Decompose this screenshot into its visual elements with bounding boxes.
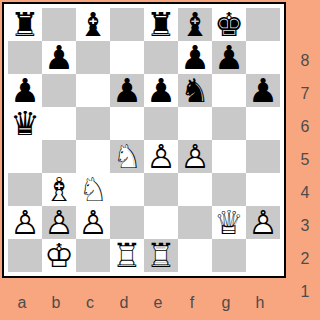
piece-black-rook-e8[interactable]: ♜: [144, 8, 178, 41]
square-h3[interactable]: [246, 173, 280, 206]
file-label-h: h: [243, 293, 277, 313]
white-knight-icon: ♘: [76, 173, 110, 206]
file-label-e: e: [141, 293, 175, 313]
piece-white-knight-c3[interactable]: ♞♘: [76, 173, 110, 206]
piece-black-rook-a8[interactable]: ♜: [8, 8, 42, 41]
piece-white-pawn-a2[interactable]: ♟♙: [8, 206, 42, 239]
square-d8[interactable]: [110, 8, 144, 41]
square-c6[interactable]: [76, 74, 110, 107]
square-b4[interactable]: [42, 140, 76, 173]
square-g6[interactable]: [212, 74, 246, 107]
square-b3[interactable]: ♝♗: [42, 173, 76, 206]
white-queen-icon: ♕: [212, 206, 246, 239]
white-pawn-icon: ♙: [178, 140, 212, 173]
square-g1[interactable]: [212, 239, 246, 272]
black-king-icon: ♚: [212, 8, 246, 41]
piece-black-pawn-a6[interactable]: ♟: [8, 74, 42, 107]
square-c7[interactable]: [76, 41, 110, 74]
square-a6[interactable]: ♟: [8, 74, 42, 107]
square-d7[interactable]: [110, 41, 144, 74]
rank-label-3: 3: [292, 209, 318, 242]
black-rook-icon: ♜: [144, 8, 178, 41]
black-knight-icon: ♞: [178, 74, 212, 107]
rank-labels: 87654321: [292, 44, 318, 308]
square-h8[interactable]: [246, 8, 280, 41]
square-f6[interactable]: ♞: [178, 74, 212, 107]
square-d4[interactable]: ♞♘: [110, 140, 144, 173]
file-labels: abcdefgh: [5, 293, 277, 313]
white-knight-icon: ♘: [110, 140, 144, 173]
square-g8[interactable]: ♚: [212, 8, 246, 41]
square-e2[interactable]: [144, 206, 178, 239]
square-h5[interactable]: [246, 107, 280, 140]
file-label-f: f: [175, 293, 209, 313]
piece-black-pawn-g7[interactable]: ♟: [212, 41, 246, 74]
white-pawn-icon: ♙: [76, 206, 110, 239]
piece-white-pawn-f4[interactable]: ♟♙: [178, 140, 212, 173]
black-pawn-icon: ♟: [178, 41, 212, 74]
square-d1[interactable]: ♜♖: [110, 239, 144, 272]
piece-black-pawn-f7[interactable]: ♟: [178, 41, 212, 74]
square-e6[interactable]: ♟: [144, 74, 178, 107]
square-d5[interactable]: [110, 107, 144, 140]
black-pawn-icon: ♟: [8, 74, 42, 107]
square-c8[interactable]: ♝: [76, 8, 110, 41]
square-b1[interactable]: ♚♔: [42, 239, 76, 272]
square-a5[interactable]: ♛: [8, 107, 42, 140]
rank-label-1: 1: [292, 275, 318, 308]
piece-white-pawn-e4[interactable]: ♟♙: [144, 140, 178, 173]
square-c4[interactable]: [76, 140, 110, 173]
file-label-d: d: [107, 293, 141, 313]
black-pawn-icon: ♟: [110, 74, 144, 107]
rank-label-5: 5: [292, 143, 318, 176]
piece-black-pawn-h6[interactable]: ♟: [246, 74, 280, 107]
piece-white-pawn-c2[interactable]: ♟♙: [76, 206, 110, 239]
piece-white-king-b1[interactable]: ♚♔: [42, 239, 76, 272]
piece-black-king-g8[interactable]: ♚: [212, 8, 246, 41]
square-e3[interactable]: [144, 173, 178, 206]
white-pawn-icon: ♙: [144, 140, 178, 173]
chess-diagram-page: { "game": "chess", "position": { "fen": …: [0, 0, 320, 320]
white-pawn-icon: ♙: [246, 206, 280, 239]
square-c3[interactable]: ♞♘: [76, 173, 110, 206]
square-c2[interactable]: ♟♙: [76, 206, 110, 239]
board-grid: ♜♝♜♝♚♟♟♟♟♟♟♞♟♛♞♘♟♙♟♙♝♗♞♘♟♙♟♙♟♙♛♕♟♙♚♔♜♖♜♖: [8, 8, 280, 272]
square-d2[interactable]: [110, 206, 144, 239]
piece-white-pawn-h2[interactable]: ♟♙: [246, 206, 280, 239]
square-g2[interactable]: ♛♕: [212, 206, 246, 239]
file-label-g: g: [209, 293, 243, 313]
piece-black-bishop-f8[interactable]: ♝: [178, 8, 212, 41]
black-queen-icon: ♛: [8, 107, 42, 140]
piece-black-knight-f6[interactable]: ♞: [178, 74, 212, 107]
square-e4[interactable]: ♟♙: [144, 140, 178, 173]
square-b5[interactable]: [42, 107, 76, 140]
white-pawn-icon: ♙: [8, 206, 42, 239]
square-a2[interactable]: ♟♙: [8, 206, 42, 239]
square-a8[interactable]: ♜: [8, 8, 42, 41]
square-c5[interactable]: [76, 107, 110, 140]
rank-label-2: 2: [292, 242, 318, 275]
file-label-c: c: [73, 293, 107, 313]
piece-black-pawn-b7[interactable]: ♟: [42, 41, 76, 74]
square-h4[interactable]: [246, 140, 280, 173]
piece-black-pawn-e6[interactable]: ♟: [144, 74, 178, 107]
square-h1[interactable]: [246, 239, 280, 272]
square-a7[interactable]: [8, 41, 42, 74]
square-b6[interactable]: [42, 74, 76, 107]
square-h6[interactable]: ♟: [246, 74, 280, 107]
square-d3[interactable]: [110, 173, 144, 206]
square-g7[interactable]: ♟: [212, 41, 246, 74]
square-b8[interactable]: [42, 8, 76, 41]
white-king-icon: ♔: [42, 239, 76, 272]
piece-white-pawn-b2[interactable]: ♟♙: [42, 206, 76, 239]
square-f3[interactable]: [178, 173, 212, 206]
square-c1[interactable]: [76, 239, 110, 272]
white-pawn-icon: ♙: [42, 206, 76, 239]
black-bishop-icon: ♝: [76, 8, 110, 41]
file-label-a: a: [5, 293, 39, 313]
file-label-b: b: [39, 293, 73, 313]
piece-white-knight-d4[interactable]: ♞♘: [110, 140, 144, 173]
black-rook-icon: ♜: [8, 8, 42, 41]
square-b7[interactable]: ♟: [42, 41, 76, 74]
black-pawn-icon: ♟: [144, 74, 178, 107]
black-pawn-icon: ♟: [212, 41, 246, 74]
piece-white-rook-e1[interactable]: ♜♖: [144, 239, 178, 272]
piece-black-queen-a5[interactable]: ♛: [8, 107, 42, 140]
square-f7[interactable]: ♟: [178, 41, 212, 74]
black-pawn-icon: ♟: [246, 74, 280, 107]
square-f1[interactable]: [178, 239, 212, 272]
square-g4[interactable]: [212, 140, 246, 173]
rank-label-8: 8: [292, 44, 318, 77]
square-d6[interactable]: ♟: [110, 74, 144, 107]
square-f4[interactable]: ♟♙: [178, 140, 212, 173]
square-e5[interactable]: [144, 107, 178, 140]
square-b2[interactable]: ♟♙: [42, 206, 76, 239]
square-g5[interactable]: [212, 107, 246, 140]
piece-black-pawn-d6[interactable]: ♟: [110, 74, 144, 107]
square-f8[interactable]: ♝: [178, 8, 212, 41]
piece-white-queen-g2[interactable]: ♛♕: [212, 206, 246, 239]
white-bishop-icon: ♗: [42, 173, 76, 206]
square-e1[interactable]: ♜♖: [144, 239, 178, 272]
black-pawn-icon: ♟: [42, 41, 76, 74]
piece-white-rook-d1[interactable]: ♜♖: [110, 239, 144, 272]
square-h7[interactable]: [246, 41, 280, 74]
rank-label-4: 4: [292, 176, 318, 209]
square-g3[interactable]: [212, 173, 246, 206]
chess-board-frame: ♜♝♜♝♚♟♟♟♟♟♟♞♟♛♞♘♟♙♟♙♝♗♞♘♟♙♟♙♟♙♛♕♟♙♚♔♜♖♜♖: [2, 2, 286, 278]
rank-label-6: 6: [292, 110, 318, 143]
square-a3[interactable]: [8, 173, 42, 206]
white-rook-icon: ♖: [144, 239, 178, 272]
piece-black-bishop-c8[interactable]: ♝: [76, 8, 110, 41]
square-a4[interactable]: [8, 140, 42, 173]
square-e8[interactable]: ♜: [144, 8, 178, 41]
piece-white-bishop-b3[interactable]: ♝♗: [42, 173, 76, 206]
rank-label-7: 7: [292, 77, 318, 110]
square-a1[interactable]: [8, 239, 42, 272]
square-e7[interactable]: [144, 41, 178, 74]
black-bishop-icon: ♝: [178, 8, 212, 41]
square-f5[interactable]: [178, 107, 212, 140]
square-f2[interactable]: [178, 206, 212, 239]
white-rook-icon: ♖: [110, 239, 144, 272]
square-h2[interactable]: ♟♙: [246, 206, 280, 239]
